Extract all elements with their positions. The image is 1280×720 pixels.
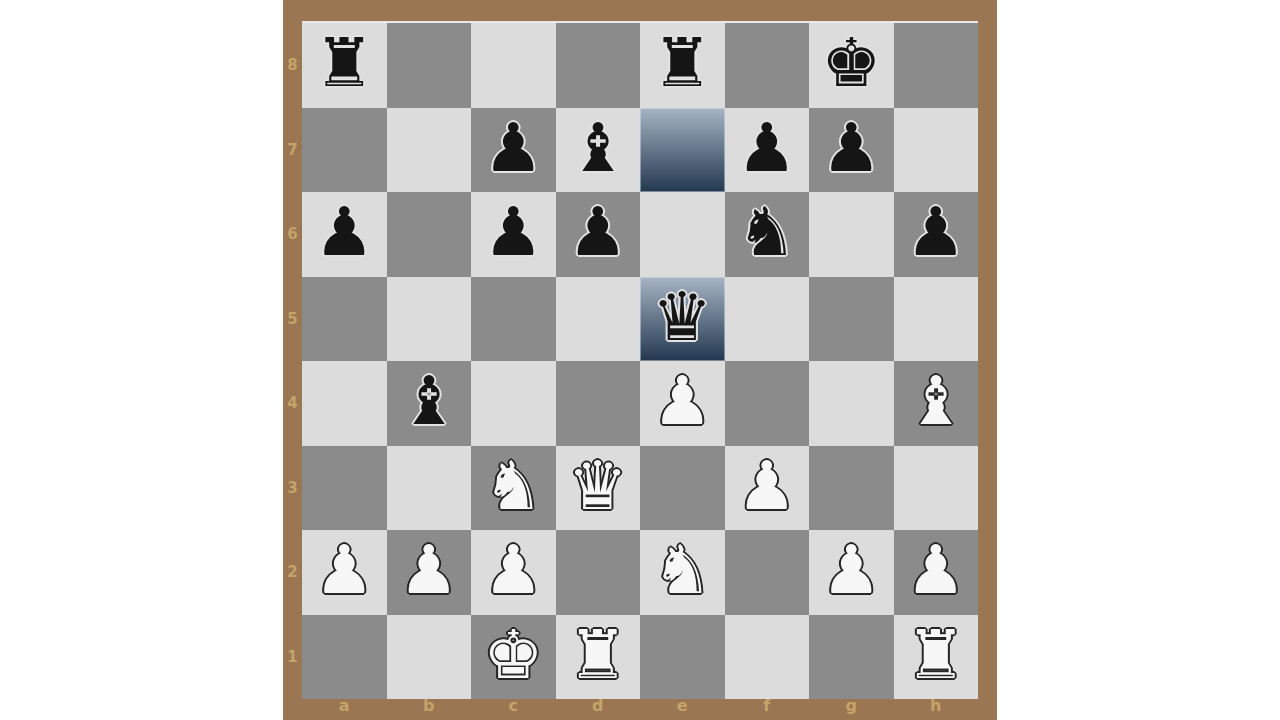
file-label-b: b: [387, 697, 472, 719]
rank-label-8: 8: [283, 23, 302, 108]
square-d7[interactable]: ♝: [556, 108, 641, 193]
square-b2[interactable]: ♟: [387, 530, 472, 615]
piece-white-king-c1[interactable]: ♚: [483, 613, 543, 698]
square-f2[interactable]: [725, 530, 810, 615]
piece-white-pawn-a2[interactable]: ♟: [314, 528, 374, 613]
square-a6[interactable]: ♟: [302, 192, 387, 277]
square-b1[interactable]: [387, 615, 472, 700]
piece-white-pawn-c2[interactable]: ♟: [483, 528, 543, 613]
square-e4[interactable]: ♟: [640, 361, 725, 446]
piece-white-pawn-g2[interactable]: ♟: [821, 528, 881, 613]
square-f8[interactable]: [725, 23, 810, 108]
piece-white-bishop-h4[interactable]: ♝: [906, 359, 966, 444]
file-label-h: h: [894, 697, 979, 719]
square-b5[interactable]: [387, 277, 472, 362]
rank-label-7: 7: [283, 108, 302, 193]
square-g3[interactable]: [809, 446, 894, 531]
square-b3[interactable]: [387, 446, 472, 531]
square-g6[interactable]: [809, 192, 894, 277]
square-c2[interactable]: ♟: [471, 530, 556, 615]
square-e2[interactable]: ♞: [640, 530, 725, 615]
square-d2[interactable]: [556, 530, 641, 615]
square-g2[interactable]: ♟: [809, 530, 894, 615]
square-f3[interactable]: ♟: [725, 446, 810, 531]
square-f7[interactable]: ♟: [725, 108, 810, 193]
square-b6[interactable]: [387, 192, 472, 277]
square-a3[interactable]: [302, 446, 387, 531]
square-b7[interactable]: [387, 108, 472, 193]
file-label-f: f: [725, 697, 810, 719]
square-c4[interactable]: [471, 361, 556, 446]
chessboard[interactable]: ♜♜♚♟♝♟♟♟♟♟♞♟♛♝♟♝♞♛♟♟♟♟♞♟♟♚♜♜: [302, 21, 978, 699]
rank-label-5: 5: [283, 277, 302, 362]
piece-white-rook-d1[interactable]: ♜: [568, 613, 628, 698]
piece-white-pawn-b2[interactable]: ♟: [399, 528, 459, 613]
piece-white-pawn-f3[interactable]: ♟: [737, 444, 797, 529]
square-c5[interactable]: [471, 277, 556, 362]
page: 87654321 ♜♜♚♟♝♟♟♟♟♟♞♟♛♝♟♝♞♛♟♟♟♟♞♟♟♚♜♜ ab…: [0, 0, 1280, 720]
square-h7[interactable]: [894, 108, 979, 193]
square-e8[interactable]: ♜: [640, 23, 725, 108]
rank-label-2: 2: [283, 530, 302, 615]
file-label-e: e: [640, 697, 725, 719]
piece-black-rook-a8[interactable]: ♜: [314, 21, 374, 106]
square-h8[interactable]: [894, 23, 979, 108]
square-d1[interactable]: ♜: [556, 615, 641, 700]
piece-black-bishop-d7[interactable]: ♝: [568, 106, 628, 191]
square-e6[interactable]: [640, 192, 725, 277]
square-h5[interactable]: [894, 277, 979, 362]
piece-black-pawn-c6[interactable]: ♟: [483, 190, 543, 275]
rank-label-4: 4: [283, 361, 302, 446]
square-d6[interactable]: ♟: [556, 192, 641, 277]
piece-white-pawn-h2[interactable]: ♟: [906, 528, 966, 613]
piece-black-pawn-c7[interactable]: ♟: [483, 106, 543, 191]
piece-white-queen-d3[interactable]: ♛: [568, 444, 628, 529]
piece-black-queen-e5[interactable]: ♛: [652, 275, 712, 360]
piece-black-pawn-d6[interactable]: ♟: [568, 190, 628, 275]
piece-black-bishop-b4[interactable]: ♝: [399, 359, 459, 444]
square-g5[interactable]: [809, 277, 894, 362]
piece-black-rook-e8[interactable]: ♜: [652, 21, 712, 106]
square-e7[interactable]: [640, 108, 725, 193]
square-c1[interactable]: ♚: [471, 615, 556, 700]
piece-white-pawn-e4[interactable]: ♟: [652, 359, 712, 444]
piece-black-pawn-g7[interactable]: ♟: [821, 106, 881, 191]
square-a1[interactable]: [302, 615, 387, 700]
piece-black-pawn-a6[interactable]: ♟: [314, 190, 374, 275]
square-c6[interactable]: ♟: [471, 192, 556, 277]
square-h4[interactable]: ♝: [894, 361, 979, 446]
square-a7[interactable]: [302, 108, 387, 193]
file-label-c: c: [471, 697, 556, 719]
square-h6[interactable]: ♟: [894, 192, 979, 277]
square-g8[interactable]: ♚: [809, 23, 894, 108]
square-e1[interactable]: [640, 615, 725, 700]
square-a4[interactable]: [302, 361, 387, 446]
rank-label-1: 1: [283, 615, 302, 700]
square-d3[interactable]: ♛: [556, 446, 641, 531]
square-d8[interactable]: [556, 23, 641, 108]
rank-label-6: 6: [283, 192, 302, 277]
rank-label-3: 3: [283, 446, 302, 531]
piece-white-knight-c3[interactable]: ♞: [483, 444, 543, 529]
square-f4[interactable]: [725, 361, 810, 446]
piece-white-rook-h1[interactable]: ♜: [906, 613, 966, 698]
piece-black-pawn-f7[interactable]: ♟: [737, 106, 797, 191]
square-h3[interactable]: [894, 446, 979, 531]
square-d5[interactable]: [556, 277, 641, 362]
piece-black-pawn-h6[interactable]: ♟: [906, 190, 966, 275]
piece-black-knight-f6[interactable]: ♞: [737, 190, 797, 275]
square-c7[interactable]: ♟: [471, 108, 556, 193]
file-labels: abcdefgh: [302, 697, 978, 719]
square-c8[interactable]: [471, 23, 556, 108]
square-g4[interactable]: [809, 361, 894, 446]
file-label-d: d: [556, 697, 641, 719]
square-f6[interactable]: ♞: [725, 192, 810, 277]
square-h1[interactable]: ♜: [894, 615, 979, 700]
rank-labels: 87654321: [283, 23, 302, 699]
square-f5[interactable]: [725, 277, 810, 362]
square-g7[interactable]: ♟: [809, 108, 894, 193]
square-e5[interactable]: ♛: [640, 277, 725, 362]
square-a5[interactable]: [302, 277, 387, 362]
square-c3[interactable]: ♞: [471, 446, 556, 531]
square-d4[interactable]: [556, 361, 641, 446]
square-b8[interactable]: [387, 23, 472, 108]
square-a8[interactable]: ♜: [302, 23, 387, 108]
square-f1[interactable]: [725, 615, 810, 700]
square-a2[interactable]: ♟: [302, 530, 387, 615]
square-b4[interactable]: ♝: [387, 361, 472, 446]
piece-black-king-g8[interactable]: ♚: [821, 21, 881, 106]
piece-white-knight-e2[interactable]: ♞: [652, 528, 712, 613]
file-label-g: g: [809, 697, 894, 719]
square-e3[interactable]: [640, 446, 725, 531]
chessboard-frame: 87654321 ♜♜♚♟♝♟♟♟♟♟♞♟♛♝♟♝♞♛♟♟♟♟♞♟♟♚♜♜ ab…: [283, 0, 997, 720]
file-label-a: a: [302, 697, 387, 719]
square-h2[interactable]: ♟: [894, 530, 979, 615]
square-g1[interactable]: [809, 615, 894, 700]
